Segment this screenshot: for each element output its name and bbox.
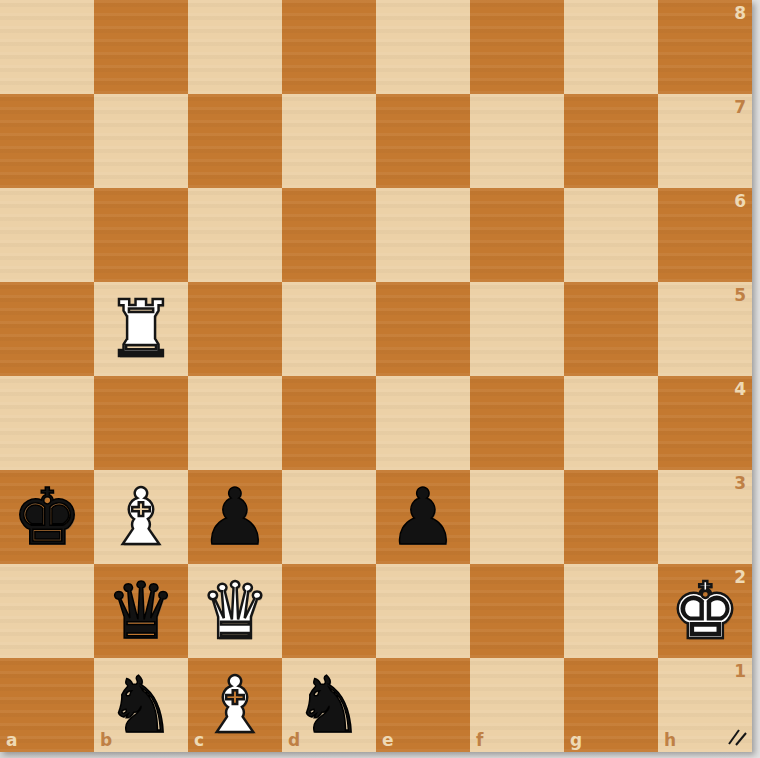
square-d7[interactable] bbox=[282, 94, 376, 188]
square-b5[interactable]: ♜ bbox=[94, 282, 188, 376]
square-f2[interactable] bbox=[470, 564, 564, 658]
white-bishop[interactable]: ♝ bbox=[188, 658, 282, 752]
chess-board: 876♜54♚♝♟♟3♛♛♚2a♞b♝c♞defg1h bbox=[0, 0, 752, 752]
square-h5[interactable]: 5 bbox=[658, 282, 752, 376]
square-c5[interactable] bbox=[188, 282, 282, 376]
square-b4[interactable] bbox=[94, 376, 188, 470]
square-d8[interactable] bbox=[282, 0, 376, 94]
chess-board-container: 876♜54♚♝♟♟3♛♛♚2a♞b♝c♞defg1h bbox=[0, 0, 752, 752]
board-resize-handle-icon[interactable] bbox=[727, 728, 747, 748]
black-knight[interactable]: ♞ bbox=[282, 658, 376, 752]
file-label-a: a bbox=[6, 730, 17, 750]
square-g6[interactable] bbox=[564, 188, 658, 282]
white-king[interactable]: ♚ bbox=[658, 564, 752, 658]
file-label-e: e bbox=[382, 730, 394, 750]
square-f6[interactable] bbox=[470, 188, 564, 282]
square-e6[interactable] bbox=[376, 188, 470, 282]
square-a4[interactable] bbox=[0, 376, 94, 470]
black-pawn[interactable]: ♟ bbox=[376, 470, 470, 564]
square-e4[interactable] bbox=[376, 376, 470, 470]
square-b6[interactable] bbox=[94, 188, 188, 282]
file-label-f: f bbox=[476, 730, 483, 750]
file-label-g: g bbox=[570, 730, 582, 750]
square-a5[interactable] bbox=[0, 282, 94, 376]
square-f4[interactable] bbox=[470, 376, 564, 470]
rank-label-7: 7 bbox=[734, 97, 746, 117]
black-pawn[interactable]: ♟ bbox=[188, 470, 282, 564]
square-a8[interactable] bbox=[0, 0, 94, 94]
square-f7[interactable] bbox=[470, 94, 564, 188]
square-d5[interactable] bbox=[282, 282, 376, 376]
square-g3[interactable] bbox=[564, 470, 658, 564]
square-h7[interactable]: 7 bbox=[658, 94, 752, 188]
square-b1[interactable]: ♞b bbox=[94, 658, 188, 752]
square-h6[interactable]: 6 bbox=[658, 188, 752, 282]
square-g1[interactable]: g bbox=[564, 658, 658, 752]
square-g8[interactable] bbox=[564, 0, 658, 94]
square-h3[interactable]: 3 bbox=[658, 470, 752, 564]
square-d6[interactable] bbox=[282, 188, 376, 282]
square-c6[interactable] bbox=[188, 188, 282, 282]
black-king[interactable]: ♚ bbox=[0, 470, 94, 564]
square-f5[interactable] bbox=[470, 282, 564, 376]
square-g5[interactable] bbox=[564, 282, 658, 376]
square-a1[interactable]: a bbox=[0, 658, 94, 752]
square-c7[interactable] bbox=[188, 94, 282, 188]
square-c4[interactable] bbox=[188, 376, 282, 470]
square-h2[interactable]: ♚2 bbox=[658, 564, 752, 658]
square-a6[interactable] bbox=[0, 188, 94, 282]
rank-label-3: 3 bbox=[734, 473, 746, 493]
square-e7[interactable] bbox=[376, 94, 470, 188]
square-h4[interactable]: 4 bbox=[658, 376, 752, 470]
white-queen[interactable]: ♛ bbox=[188, 564, 282, 658]
square-b7[interactable] bbox=[94, 94, 188, 188]
square-f8[interactable] bbox=[470, 0, 564, 94]
square-h1[interactable]: 1h bbox=[658, 658, 752, 752]
file-label-h: h bbox=[664, 730, 676, 750]
rank-label-1: 1 bbox=[734, 661, 746, 681]
square-e3[interactable]: ♟ bbox=[376, 470, 470, 564]
square-d1[interactable]: ♞d bbox=[282, 658, 376, 752]
rank-label-4: 4 bbox=[734, 379, 746, 399]
square-c1[interactable]: ♝c bbox=[188, 658, 282, 752]
square-f1[interactable]: f bbox=[470, 658, 564, 752]
square-e5[interactable] bbox=[376, 282, 470, 376]
square-g7[interactable] bbox=[564, 94, 658, 188]
rank-label-8: 8 bbox=[734, 3, 746, 23]
white-bishop[interactable]: ♝ bbox=[94, 470, 188, 564]
black-queen[interactable]: ♛ bbox=[94, 564, 188, 658]
square-c2[interactable]: ♛ bbox=[188, 564, 282, 658]
rank-label-5: 5 bbox=[734, 285, 746, 305]
square-b3[interactable]: ♝ bbox=[94, 470, 188, 564]
square-c3[interactable]: ♟ bbox=[188, 470, 282, 564]
white-rook[interactable]: ♜ bbox=[94, 282, 188, 376]
square-b2[interactable]: ♛ bbox=[94, 564, 188, 658]
square-g4[interactable] bbox=[564, 376, 658, 470]
black-knight[interactable]: ♞ bbox=[94, 658, 188, 752]
square-a7[interactable] bbox=[0, 94, 94, 188]
square-e1[interactable]: e bbox=[376, 658, 470, 752]
square-e2[interactable] bbox=[376, 564, 470, 658]
square-b8[interactable] bbox=[94, 0, 188, 94]
square-f3[interactable] bbox=[470, 470, 564, 564]
square-d4[interactable] bbox=[282, 376, 376, 470]
square-d2[interactable] bbox=[282, 564, 376, 658]
square-h8[interactable]: 8 bbox=[658, 0, 752, 94]
square-c8[interactable] bbox=[188, 0, 282, 94]
rank-label-6: 6 bbox=[734, 191, 746, 211]
square-d3[interactable] bbox=[282, 470, 376, 564]
square-a3[interactable]: ♚ bbox=[0, 470, 94, 564]
square-g2[interactable] bbox=[564, 564, 658, 658]
square-e8[interactable] bbox=[376, 0, 470, 94]
square-a2[interactable] bbox=[0, 564, 94, 658]
